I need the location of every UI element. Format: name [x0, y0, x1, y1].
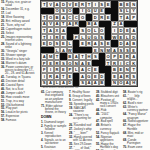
clue-text: Exam zone: [128, 145, 142, 149]
clue-text: Conde Parrington: [127, 138, 140, 145]
bottom-clues-column-2: 7. Healthy flavor8. Group of bees9. Conv…: [69, 91, 95, 150]
clue-item: 65. Car company that originated as an ai…: [41, 91, 67, 104]
clue-text: "___ little teapot...": [127, 94, 140, 101]
clue-text: Elder advisor behind the throne, in theo…: [45, 104, 66, 115]
clue-text: Hand covered with 52-Across: [73, 135, 92, 142]
clue-text: Signals, as to an auctioneer: [44, 138, 65, 145]
down-clues-start: 1. Diamond target2. Family or sample fol…: [41, 121, 67, 150]
clue-item: 58. Famous: [1, 119, 38, 122]
clue-text: Kennel reproduction: [44, 131, 61, 138]
clue-item: 5. Keatsian creations: [41, 146, 67, 150]
clue-item: 36. Power connectors; or pieces to descr…: [1, 66, 38, 76]
across-clues-tail: 65. Car company that originated as an ai…: [41, 91, 67, 115]
clue-text: NASCAR souvenir: [73, 106, 86, 113]
clue-number: 70.: [123, 145, 127, 149]
clue-text: Britain's currency: [100, 123, 111, 130]
clue-item: 71. Elder advisor behind the throne, in …: [41, 105, 67, 115]
bottom-clues-column-3: 39. Stubbed digit40. Bleachers unit42. P…: [96, 91, 122, 150]
clue-item: 42. Position of many a 1950s rock concer…: [96, 99, 122, 109]
clue-item: 70. Exam zone: [123, 146, 149, 149]
clue-text: Famous: [6, 118, 16, 122]
clue-number: 58.: [1, 118, 5, 122]
clue-text: Mini or midi: [101, 149, 116, 150]
crossword-grid: TVADVERTISEBENOSOIGUESLYTOBACCODRETAPAVA…: [40, 0, 138, 87]
clue-text: "Fancy Manor" anagram: [127, 112, 147, 119]
clue-text: Keatsian creations: [44, 145, 57, 150]
clue-text: Nigerian appetizers: [100, 135, 113, 142]
clue-text: Mini, midi or maxi: [127, 131, 143, 138]
copyright-line: ©2008 Tribune Media Services, Inc.: [41, 86, 79, 89]
clue-text: "___ of God," Jane Fonda film: [73, 146, 94, 150]
clue-text: Hagar the Horrible: [127, 123, 141, 130]
clue-text: Images representing Internet users: [5, 35, 32, 42]
crossword-page: 15. Pasta, rice, grain or salad16. Decem…: [0, 0, 150, 150]
bottom-clues-column-4: 58. Boater's rig61. "___ little teapot..…: [123, 91, 149, 150]
clue-text: Position of many a 1950s rock concert: [100, 98, 118, 109]
clue-item: 24. "There's no accounting for ___": [69, 114, 95, 124]
clue-text: Family or sample follower: [44, 124, 66, 131]
clue-text: Writer's currency partner: [127, 105, 148, 112]
clue-text: "2001" computer: [100, 112, 112, 119]
clue-text: Car company that originated as an airpla…: [45, 90, 63, 104]
clue-text: "There's no accounting for ___": [73, 113, 91, 124]
letter-cell: H: [130, 80, 136, 87]
clue-text: Hagar the Horrible's dog: [100, 142, 118, 149]
clue-text: Power connectors; or pieces to describe …: [5, 65, 34, 76]
clue-text: Pasta, rice, grain or salad: [5, 0, 31, 7]
bottom-clues-column-1: 65. Car company that originated as an ai…: [41, 91, 67, 150]
clue-text: Sound of a lightning strike: [5, 42, 31, 49]
clue-item: 37. "___ of God," Jane Fonda film: [69, 147, 95, 150]
clue-number: 57.: [96, 149, 100, 150]
across-clues-column: 15. Pasta, rice, grain or salad16. Decem…: [1, 1, 38, 123]
